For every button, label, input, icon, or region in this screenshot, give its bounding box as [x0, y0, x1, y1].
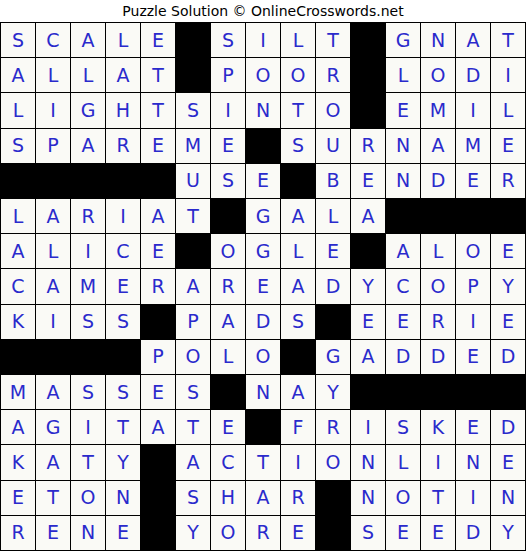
- letter-cell-r5c6: U: [176, 164, 210, 198]
- letter-cell-r8c14: P: [456, 269, 490, 303]
- letter-cell-r10c13: D: [421, 340, 455, 374]
- letter-cell-r12c13: K: [421, 410, 455, 444]
- letter-cell-r2c5: T: [141, 58, 175, 92]
- letter-cell-r2c7: P: [211, 58, 245, 92]
- letter-cell-r8c7: R: [211, 269, 245, 303]
- letter-cell-r4c9: S: [281, 129, 315, 163]
- letter-cell-r7c13: L: [421, 234, 455, 268]
- letter-cell-r11c5: E: [141, 375, 175, 409]
- letter-cell-r4c14: M: [456, 129, 490, 163]
- letter-cell-r9c8: D: [246, 305, 280, 339]
- letter-cell-r9c15: E: [491, 305, 525, 339]
- black-cell-r10c4: [106, 340, 140, 374]
- letter-cell-r2c14: D: [456, 58, 490, 92]
- letter-cell-r8c8: E: [246, 269, 280, 303]
- letter-cell-r5c11: E: [351, 164, 385, 198]
- black-cell-r3c11: [351, 93, 385, 127]
- letter-cell-r14c15: N: [491, 481, 525, 515]
- letter-cell-r5c14: E: [456, 164, 490, 198]
- letter-cell-r4c3: A: [71, 129, 105, 163]
- black-cell-r11c11: [351, 375, 385, 409]
- letter-cell-r3c6: S: [176, 93, 210, 127]
- black-cell-r14c5: [141, 481, 175, 515]
- black-cell-r10c3: [71, 340, 105, 374]
- letter-cell-r1c14: A: [456, 23, 490, 57]
- letter-cell-r4c2: P: [36, 129, 70, 163]
- black-cell-r2c11: [351, 58, 385, 92]
- letter-cell-r10c5: P: [141, 340, 175, 374]
- black-cell-r15c5: [141, 516, 175, 550]
- letter-cell-r14c2: T: [36, 481, 70, 515]
- letter-cell-r9c3: S: [71, 305, 105, 339]
- letter-cell-r4c13: A: [421, 129, 455, 163]
- letter-cell-r11c4: S: [106, 375, 140, 409]
- letter-cell-r15c8: R: [246, 516, 280, 550]
- letter-cell-r10c15: D: [491, 340, 525, 374]
- letter-cell-r3c4: H: [106, 93, 140, 127]
- letter-cell-r1c8: I: [246, 23, 280, 57]
- letter-cell-r3c9: T: [281, 93, 315, 127]
- black-cell-r5c1: [1, 164, 35, 198]
- black-cell-r15c10: [316, 516, 350, 550]
- letter-cell-r3c10: O: [316, 93, 350, 127]
- letter-cell-r12c5: A: [141, 410, 175, 444]
- letter-cell-r15c4: E: [106, 516, 140, 550]
- black-cell-r7c11: [351, 234, 385, 268]
- black-cell-r1c6: [176, 23, 210, 57]
- letter-cell-r4c4: R: [106, 129, 140, 163]
- letter-cell-r12c7: E: [211, 410, 245, 444]
- letter-cell-r11c6: S: [176, 375, 210, 409]
- letter-cell-r7c9: L: [281, 234, 315, 268]
- letter-cell-r3c8: N: [246, 93, 280, 127]
- letter-cell-r6c1: L: [1, 199, 35, 233]
- letter-cell-r2c1: A: [1, 58, 35, 92]
- letter-cell-r13c7: C: [211, 445, 245, 479]
- letter-cell-r5c7: S: [211, 164, 245, 198]
- letter-cell-r8c13: O: [421, 269, 455, 303]
- letter-cell-r1c7: S: [211, 23, 245, 57]
- letter-cell-r9c14: I: [456, 305, 490, 339]
- black-cell-r11c15: [491, 375, 525, 409]
- black-cell-r6c14: [456, 199, 490, 233]
- letter-cell-r12c6: T: [176, 410, 210, 444]
- letter-cell-r13c6: A: [176, 445, 210, 479]
- letter-cell-r15c6: Y: [176, 516, 210, 550]
- letter-cell-r8c15: Y: [491, 269, 525, 303]
- letter-cell-r6c5: A: [141, 199, 175, 233]
- letter-cell-r8c5: R: [141, 269, 175, 303]
- letter-cell-r5c15: R: [491, 164, 525, 198]
- letter-cell-r12c14: E: [456, 410, 490, 444]
- black-cell-r11c13: [421, 375, 455, 409]
- letter-cell-r2c8: O: [246, 58, 280, 92]
- letter-cell-r10c10: G: [316, 340, 350, 374]
- letter-cell-r13c9: I: [281, 445, 315, 479]
- black-cell-r5c4: [106, 164, 140, 198]
- letter-cell-r12c3: I: [71, 410, 105, 444]
- letter-cell-r9c11: E: [351, 305, 385, 339]
- letter-cell-r4c7: E: [211, 129, 245, 163]
- black-cell-r11c14: [456, 375, 490, 409]
- letter-cell-r15c15: Y: [491, 516, 525, 550]
- letter-cell-r15c3: N: [71, 516, 105, 550]
- crossword-grid: SCALESILTGNATALLATPOORLODILIGHTSINTOEMIL…: [0, 22, 526, 551]
- letter-cell-r2c3: L: [71, 58, 105, 92]
- puzzle-solution-page: Puzzle Solution © OnlineCrosswords.net S…: [0, 0, 526, 551]
- letter-cell-r15c1: R: [1, 516, 35, 550]
- letter-cell-r15c2: E: [36, 516, 70, 550]
- black-cell-r6c7: [211, 199, 245, 233]
- letter-cell-r14c12: O: [386, 481, 420, 515]
- black-cell-r5c5: [141, 164, 175, 198]
- letter-cell-r2c2: L: [36, 58, 70, 92]
- letter-cell-r6c8: G: [246, 199, 280, 233]
- letter-cell-r8c2: A: [36, 269, 70, 303]
- letter-cell-r6c9: A: [281, 199, 315, 233]
- letter-cell-r11c1: M: [1, 375, 35, 409]
- black-cell-r11c12: [386, 375, 420, 409]
- letter-cell-r13c10: O: [316, 445, 350, 479]
- letter-cell-r5c8: E: [246, 164, 280, 198]
- black-cell-r7c6: [176, 234, 210, 268]
- letter-cell-r13c15: E: [491, 445, 525, 479]
- letter-cell-r12c4: T: [106, 410, 140, 444]
- letter-cell-r3c5: T: [141, 93, 175, 127]
- letter-cell-r15c13: E: [421, 516, 455, 550]
- letter-cell-r7c10: E: [316, 234, 350, 268]
- letter-cell-r3c3: G: [71, 93, 105, 127]
- letter-cell-r1c12: G: [386, 23, 420, 57]
- letter-cell-r9c12: E: [386, 305, 420, 339]
- letter-cell-r3c2: I: [36, 93, 70, 127]
- letter-cell-r4c11: R: [351, 129, 385, 163]
- letter-cell-r1c1: S: [1, 23, 35, 57]
- letter-cell-r14c8: A: [246, 481, 280, 515]
- page-title: Puzzle Solution © OnlineCrosswords.net: [0, 0, 526, 22]
- letter-cell-r9c7: A: [211, 305, 245, 339]
- letter-cell-r11c8: N: [246, 375, 280, 409]
- letter-cell-r9c13: R: [421, 305, 455, 339]
- letter-cell-r4c5: E: [141, 129, 175, 163]
- letter-cell-r12c11: I: [351, 410, 385, 444]
- letter-cell-r2c15: I: [491, 58, 525, 92]
- letter-cell-r13c12: L: [386, 445, 420, 479]
- letter-cell-r12c2: G: [36, 410, 70, 444]
- letter-cell-r12c12: S: [386, 410, 420, 444]
- black-cell-r5c2: [36, 164, 70, 198]
- letter-cell-r2c10: R: [316, 58, 350, 92]
- letter-cell-r8c10: D: [316, 269, 350, 303]
- letter-cell-r6c2: A: [36, 199, 70, 233]
- letter-cell-r7c3: I: [71, 234, 105, 268]
- letter-cell-r1c13: N: [421, 23, 455, 57]
- letter-cell-r13c2: A: [36, 445, 70, 479]
- letter-cell-r4c12: N: [386, 129, 420, 163]
- letter-cell-r4c6: M: [176, 129, 210, 163]
- letter-cell-r1c3: A: [71, 23, 105, 57]
- letter-cell-r5c12: N: [386, 164, 420, 198]
- letter-cell-r5c13: D: [421, 164, 455, 198]
- letter-cell-r3c14: I: [456, 93, 490, 127]
- letter-cell-r3c1: L: [1, 93, 35, 127]
- letter-cell-r11c3: S: [71, 375, 105, 409]
- letter-cell-r7c1: A: [1, 234, 35, 268]
- letter-cell-r7c5: E: [141, 234, 175, 268]
- letter-cell-r8c12: C: [386, 269, 420, 303]
- letter-cell-r7c2: L: [36, 234, 70, 268]
- letter-cell-r3c7: I: [211, 93, 245, 127]
- letter-cell-r14c4: N: [106, 481, 140, 515]
- letter-cell-r9c2: I: [36, 305, 70, 339]
- letter-cell-r6c4: I: [106, 199, 140, 233]
- letter-cell-r2c13: O: [421, 58, 455, 92]
- letter-cell-r6c6: T: [176, 199, 210, 233]
- letter-cell-r8c6: A: [176, 269, 210, 303]
- black-cell-r6c12: [386, 199, 420, 233]
- letter-cell-r1c4: L: [106, 23, 140, 57]
- letter-cell-r8c3: M: [71, 269, 105, 303]
- black-cell-r6c13: [421, 199, 455, 233]
- letter-cell-r8c11: Y: [351, 269, 385, 303]
- letter-cell-r4c15: E: [491, 129, 525, 163]
- letter-cell-r2c9: O: [281, 58, 315, 92]
- black-cell-r9c5: [141, 305, 175, 339]
- letter-cell-r9c1: K: [1, 305, 35, 339]
- letter-cell-r10c11: A: [351, 340, 385, 374]
- letter-cell-r7c14: O: [456, 234, 490, 268]
- letter-cell-r14c1: E: [1, 481, 35, 515]
- letter-cell-r9c4: S: [106, 305, 140, 339]
- letter-cell-r5c10: B: [316, 164, 350, 198]
- letter-cell-r13c14: N: [456, 445, 490, 479]
- letter-cell-r10c12: D: [386, 340, 420, 374]
- letter-cell-r2c4: A: [106, 58, 140, 92]
- letter-cell-r14c3: O: [71, 481, 105, 515]
- letter-cell-r12c1: A: [1, 410, 35, 444]
- letter-cell-r1c5: E: [141, 23, 175, 57]
- black-cell-r10c1: [1, 340, 35, 374]
- letter-cell-r14c9: R: [281, 481, 315, 515]
- black-cell-r6c15: [491, 199, 525, 233]
- black-cell-r10c2: [36, 340, 70, 374]
- letter-cell-r8c1: C: [1, 269, 35, 303]
- black-cell-r1c11: [351, 23, 385, 57]
- letter-cell-r15c12: E: [386, 516, 420, 550]
- black-cell-r13c5: [141, 445, 175, 479]
- letter-cell-r3c12: E: [386, 93, 420, 127]
- letter-cell-r9c9: S: [281, 305, 315, 339]
- letter-cell-r7c8: G: [246, 234, 280, 268]
- letter-cell-r1c10: T: [316, 23, 350, 57]
- letter-cell-r1c9: L: [281, 23, 315, 57]
- letter-cell-r15c9: E: [281, 516, 315, 550]
- letter-cell-r10c7: L: [211, 340, 245, 374]
- black-cell-r4c8: [246, 129, 280, 163]
- letter-cell-r12c10: R: [316, 410, 350, 444]
- letter-cell-r13c13: I: [421, 445, 455, 479]
- letter-cell-r11c2: A: [36, 375, 70, 409]
- letter-cell-r14c14: I: [456, 481, 490, 515]
- letter-cell-r13c8: T: [246, 445, 280, 479]
- letter-cell-r12c9: F: [281, 410, 315, 444]
- letter-cell-r9c6: P: [176, 305, 210, 339]
- letter-cell-r12c15: D: [491, 410, 525, 444]
- letter-cell-r14c7: H: [211, 481, 245, 515]
- letter-cell-r7c12: A: [386, 234, 420, 268]
- black-cell-r12c8: [246, 410, 280, 444]
- letter-cell-r15c7: O: [211, 516, 245, 550]
- letter-cell-r8c4: E: [106, 269, 140, 303]
- black-cell-r14c10: [316, 481, 350, 515]
- letter-cell-r2c12: L: [386, 58, 420, 92]
- letter-cell-r4c1: S: [1, 129, 35, 163]
- black-cell-r2c6: [176, 58, 210, 92]
- letter-cell-r6c11: A: [351, 199, 385, 233]
- letter-cell-r14c11: N: [351, 481, 385, 515]
- letter-cell-r6c3: R: [71, 199, 105, 233]
- letter-cell-r11c9: A: [281, 375, 315, 409]
- letter-cell-r1c15: T: [491, 23, 525, 57]
- letter-cell-r10c6: O: [176, 340, 210, 374]
- letter-cell-r13c4: Y: [106, 445, 140, 479]
- letter-cell-r6c10: L: [316, 199, 350, 233]
- black-cell-r5c3: [71, 164, 105, 198]
- letter-cell-r10c14: E: [456, 340, 490, 374]
- letter-cell-r13c11: N: [351, 445, 385, 479]
- letter-cell-r4c10: U: [316, 129, 350, 163]
- letter-cell-r7c7: O: [211, 234, 245, 268]
- black-cell-r11c7: [211, 375, 245, 409]
- letter-cell-r13c1: K: [1, 445, 35, 479]
- letter-cell-r15c14: D: [456, 516, 490, 550]
- letter-cell-r14c13: T: [421, 481, 455, 515]
- letter-cell-r7c15: E: [491, 234, 525, 268]
- letter-cell-r1c2: C: [36, 23, 70, 57]
- black-cell-r9c10: [316, 305, 350, 339]
- letter-cell-r3c13: M: [421, 93, 455, 127]
- letter-cell-r8c9: A: [281, 269, 315, 303]
- letter-cell-r3c15: L: [491, 93, 525, 127]
- letter-cell-r7c4: C: [106, 234, 140, 268]
- letter-cell-r10c8: O: [246, 340, 280, 374]
- letter-cell-r15c11: S: [351, 516, 385, 550]
- letter-cell-r13c3: T: [71, 445, 105, 479]
- black-cell-r5c9: [281, 164, 315, 198]
- black-cell-r10c9: [281, 340, 315, 374]
- letter-cell-r14c6: S: [176, 481, 210, 515]
- letter-cell-r11c10: Y: [316, 375, 350, 409]
